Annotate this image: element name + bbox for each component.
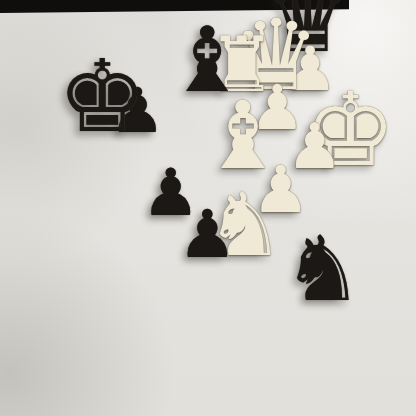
knight-icon: ♞: [372, 323, 393, 347]
rank-label-4: 4: [245, 372, 251, 384]
rank-label-5: 5: [205, 373, 210, 385]
rank-label-7: 7: [139, 18, 144, 26]
piece-black-knight-b2[interactable]: ♞: [282, 224, 363, 314]
file-label-d: d: [378, 195, 384, 205]
wordmark-knight-icon: ♞: [375, 204, 388, 219]
photo-of-chessboard: ♞US CHESS ♞ 8765432187654321hgfedcbahgfe…: [0, 0, 416, 416]
square-a6[interactable]: [148, 317, 188, 367]
square-c8[interactable]: [75, 228, 115, 274]
square-b7[interactable]: [111, 271, 151, 319]
square-b8[interactable]: [72, 272, 113, 320]
piece-black-king-f8[interactable]: ♚: [57, 47, 147, 147]
rank-label-2: 2: [324, 370, 330, 382]
square-a8[interactable]: [69, 319, 111, 369]
square-b5[interactable]: [188, 270, 227, 318]
rank-label-3: 3: [284, 371, 290, 383]
rank-label-6: 6: [165, 374, 171, 386]
diamond-shape: [368, 318, 397, 354]
square-b6[interactable]: [150, 271, 189, 319]
file-label-c: c: [65, 246, 70, 257]
square-a2[interactable]: [304, 314, 346, 364]
file-label-c: c: [382, 238, 387, 249]
file-label-e: e: [71, 160, 76, 170]
rank-label-7: 7: [125, 375, 131, 387]
rank-label-8: 8: [85, 376, 91, 388]
square-a4[interactable]: [227, 316, 267, 366]
square-c7[interactable]: [113, 227, 152, 273]
square-d8[interactable]: [78, 185, 117, 229]
file-label-b: b: [61, 291, 67, 302]
file-label-a: a: [391, 331, 397, 343]
piece-black-pawn-c5[interactable]: ♟: [178, 202, 237, 268]
square-a7[interactable]: [108, 318, 149, 368]
file-label-a: a: [57, 339, 63, 351]
rank-label-1: 1: [364, 369, 370, 381]
rank-label-8: 8: [106, 19, 111, 27]
file-label-d: d: [68, 202, 74, 212]
square-a5[interactable]: [188, 316, 228, 366]
knight-diamond-logo: ♞: [366, 312, 398, 357]
square-a3[interactable]: [265, 315, 306, 365]
file-label-b: b: [386, 283, 392, 294]
file-label-h: h: [363, 40, 368, 49]
